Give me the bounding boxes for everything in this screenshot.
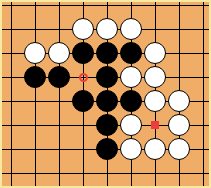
white-stone xyxy=(144,42,166,64)
board-point-c5-r2[interactable] xyxy=(95,17,119,41)
board-point-c8-r5[interactable] xyxy=(167,89,191,113)
white-stone xyxy=(144,138,166,160)
board-point-c3-r6[interactable] xyxy=(47,113,71,137)
board-point-c5-r8[interactable] xyxy=(95,161,119,185)
board-point-c8-r1[interactable] xyxy=(167,0,191,17)
board-point-c6-r3[interactable] xyxy=(119,41,143,65)
white-stone xyxy=(144,90,166,112)
board-point-c1-r4[interactable] xyxy=(0,65,23,89)
board-point-c6-r1[interactable] xyxy=(119,0,143,17)
black-stone xyxy=(120,42,142,64)
black-stone xyxy=(96,42,118,64)
go-board xyxy=(0,0,211,188)
white-stone xyxy=(120,138,142,160)
board-point-c3-r7[interactable] xyxy=(47,137,71,161)
board-point-c5-r3[interactable] xyxy=(95,41,119,65)
board-point-c4-r6[interactable] xyxy=(71,113,95,137)
board-point-c6-r4[interactable] xyxy=(119,65,143,89)
board-point-c4-r4[interactable] xyxy=(71,65,95,89)
white-stone xyxy=(120,66,142,88)
board-point-c1-r6[interactable] xyxy=(0,113,23,137)
black-stone xyxy=(72,90,94,112)
board-point-c5-r4[interactable] xyxy=(95,65,119,89)
board-point-c1-r5[interactable] xyxy=(0,89,23,113)
board-point-c8-r6[interactable] xyxy=(167,113,191,137)
board-point-c9-r1[interactable] xyxy=(191,0,211,17)
board-point-c7-r8[interactable] xyxy=(143,161,167,185)
black-stone xyxy=(96,90,118,112)
black-stone xyxy=(96,114,118,136)
board-point-c7-r6[interactable] xyxy=(143,113,167,137)
white-stone xyxy=(48,42,70,64)
board-point-c3-r3[interactable] xyxy=(47,41,71,65)
board-point-c2-r1[interactable] xyxy=(23,0,47,17)
board-point-c2-r6[interactable] xyxy=(23,113,47,137)
board-point-c2-r3[interactable] xyxy=(23,41,47,65)
white-stone xyxy=(168,114,190,136)
black-stone xyxy=(24,66,46,88)
black-stone xyxy=(120,90,142,112)
white-stone xyxy=(24,42,46,64)
board-point-c6-r5[interactable] xyxy=(119,89,143,113)
board-point-c7-r2[interactable] xyxy=(143,17,167,41)
board-point-c3-r4[interactable] xyxy=(47,65,71,89)
board-point-c9-r7[interactable] xyxy=(191,137,211,161)
board-point-c9-r4[interactable] xyxy=(191,65,211,89)
board-point-c4-r3[interactable] xyxy=(71,41,95,65)
board-point-c8-r4[interactable] xyxy=(167,65,191,89)
board-point-c9-r2[interactable] xyxy=(191,17,211,41)
board-point-c7-r5[interactable] xyxy=(143,89,167,113)
board-point-c6-r7[interactable] xyxy=(119,137,143,161)
white-stone xyxy=(120,114,142,136)
board-point-c5-r7[interactable] xyxy=(95,137,119,161)
board-point-c5-r1[interactable] xyxy=(95,0,119,17)
board-point-c6-r2[interactable] xyxy=(119,17,143,41)
board-point-c7-r3[interactable] xyxy=(143,41,167,65)
board-point-c3-r1[interactable] xyxy=(47,0,71,17)
board-point-c4-r8[interactable] xyxy=(71,161,95,185)
white-stone xyxy=(168,138,190,160)
black-stone xyxy=(48,66,70,88)
board-point-c7-r4[interactable] xyxy=(143,65,167,89)
board-point-c4-r5[interactable] xyxy=(71,89,95,113)
board-point-c4-r7[interactable] xyxy=(71,137,95,161)
board-point-c4-r1[interactable] xyxy=(71,0,95,17)
board-point-c5-r5[interactable] xyxy=(95,89,119,113)
board-point-c4-r2[interactable] xyxy=(71,17,95,41)
white-stone xyxy=(72,18,94,40)
board-point-c1-r7[interactable] xyxy=(0,137,23,161)
black-stone xyxy=(96,66,118,88)
white-stone xyxy=(120,18,142,40)
board-point-c2-r4[interactable] xyxy=(23,65,47,89)
board-grid xyxy=(0,0,211,185)
board-point-c7-r7[interactable] xyxy=(143,137,167,161)
board-point-c5-r6[interactable] xyxy=(95,113,119,137)
board-point-c1-r8[interactable] xyxy=(0,161,23,185)
black-stone xyxy=(72,42,94,64)
white-stone xyxy=(168,90,190,112)
board-point-c8-r3[interactable] xyxy=(167,41,191,65)
board-point-c1-r2[interactable] xyxy=(0,17,23,41)
board-point-c9-r3[interactable] xyxy=(191,41,211,65)
board-point-c6-r8[interactable] xyxy=(119,161,143,185)
board-point-c2-r5[interactable] xyxy=(23,89,47,113)
board-point-c7-r1[interactable] xyxy=(143,0,167,17)
board-point-c2-r2[interactable] xyxy=(23,17,47,41)
board-point-c8-r8[interactable] xyxy=(167,161,191,185)
board-point-c3-r5[interactable] xyxy=(47,89,71,113)
white-stone xyxy=(144,66,166,88)
board-point-c8-r2[interactable] xyxy=(167,17,191,41)
board-point-c1-r3[interactable] xyxy=(0,41,23,65)
board-point-c2-r8[interactable] xyxy=(23,161,47,185)
board-point-c6-r6[interactable] xyxy=(119,113,143,137)
board-point-c9-r6[interactable] xyxy=(191,113,211,137)
board-point-c9-r8[interactable] xyxy=(191,161,211,185)
board-point-c2-r7[interactable] xyxy=(23,137,47,161)
board-point-c9-r5[interactable] xyxy=(191,89,211,113)
board-point-c3-r2[interactable] xyxy=(47,17,71,41)
board-point-c1-r1[interactable] xyxy=(0,0,23,17)
board-point-c8-r7[interactable] xyxy=(167,137,191,161)
black-stone xyxy=(96,138,118,160)
white-stone xyxy=(96,18,118,40)
circle-marker xyxy=(79,73,88,82)
square-marker xyxy=(151,121,159,129)
board-point-c3-r8[interactable] xyxy=(47,161,71,185)
